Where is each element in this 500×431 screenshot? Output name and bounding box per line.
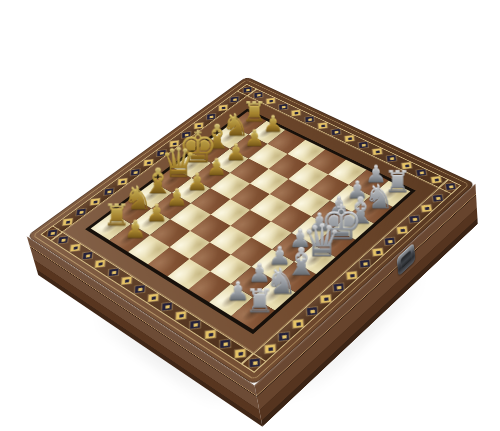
inlay-diamond <box>345 136 354 142</box>
inlay-diamond <box>104 188 113 195</box>
inlay-diamond <box>144 159 153 165</box>
inlay-diamond <box>190 321 200 329</box>
inlay-diamond <box>431 177 441 184</box>
inlay-diamond <box>47 230 57 237</box>
inlay-diamond <box>162 303 172 311</box>
inlay-diamond <box>169 141 178 147</box>
scene: ♜♞♝♛♚♝♞♜♟♟♟♟♟♟♟♟♟♟♟♟♟♟♟♟♜♞♝♛♚♝♞♜ <box>0 0 500 431</box>
inlay-diamond <box>373 149 382 156</box>
inlay-diamond <box>230 96 238 102</box>
inlay-diamond <box>108 269 118 277</box>
inlay-diamond <box>194 122 202 128</box>
inlay-diamond <box>305 116 314 122</box>
chess-set-photo: ♜♞♝♛♚♝♞♜♟♟♟♟♟♟♟♟♟♟♟♟♟♟♟♟♜♞♝♛♚♝♞♜ <box>0 0 500 431</box>
inlay-diamond <box>331 129 340 135</box>
inlay-diamond <box>235 349 245 358</box>
inlay-diamond <box>205 330 215 339</box>
chess-board-box: ♜♞♝♛♚♝♞♜♟♟♟♟♟♟♟♟♟♟♟♟♟♟♟♟♜♞♝♛♚♝♞♜ <box>27 77 476 386</box>
inlay-diamond <box>62 218 72 225</box>
inlay-diamond <box>243 87 251 93</box>
inlay-diamond <box>207 114 215 120</box>
inlay-diamond <box>95 260 105 268</box>
inlay-diamond <box>182 131 190 137</box>
inlay-diamond <box>117 178 126 185</box>
inlay-diamond <box>176 312 186 320</box>
inlay-diamond <box>279 104 287 110</box>
inlay-diamond <box>131 169 140 176</box>
inlay-diamond <box>148 294 158 302</box>
gold-pawn: ♟ <box>113 217 158 241</box>
clasp-hook <box>400 249 411 269</box>
inlay-diamond <box>157 150 166 156</box>
inlay-diamond <box>134 285 144 293</box>
inlay-diamond <box>219 105 227 111</box>
inlay-diamond <box>76 208 85 215</box>
inlay-diamond <box>318 123 327 129</box>
silver-rook: ♜ <box>236 285 284 318</box>
